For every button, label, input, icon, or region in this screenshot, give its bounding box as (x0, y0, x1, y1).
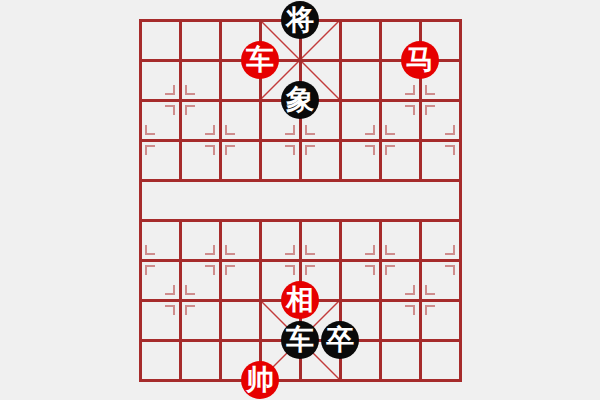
file-line (179, 219, 182, 382)
point-marker (225, 265, 235, 275)
point-marker (365, 265, 375, 275)
black-soldier[interactable]: 卒 (321, 321, 359, 359)
file-line (219, 19, 222, 182)
point-marker (205, 125, 215, 135)
point-marker (285, 265, 295, 275)
red-elephant[interactable]: 相 (281, 281, 319, 319)
point-marker (305, 145, 315, 155)
file-line (379, 19, 382, 182)
point-marker (425, 285, 435, 295)
point-marker (145, 265, 155, 275)
point-marker (405, 285, 415, 295)
point-marker (165, 285, 175, 295)
point-marker (425, 105, 435, 115)
point-marker (205, 265, 215, 275)
point-marker (305, 265, 315, 275)
point-marker (185, 105, 195, 115)
point-marker (185, 305, 195, 315)
point-marker (225, 245, 235, 255)
point-marker (405, 305, 415, 315)
point-marker (145, 125, 155, 135)
file-line (379, 219, 382, 382)
file-line (219, 219, 222, 382)
xiangqi-diagram: 将车马象相车卒帅 (0, 0, 600, 400)
point-marker (385, 265, 395, 275)
file-line (139, 19, 142, 382)
red-chariot[interactable]: 车 (241, 41, 279, 79)
point-marker (285, 145, 295, 155)
black-elephant[interactable]: 象 (281, 81, 319, 119)
point-marker (185, 285, 195, 295)
point-marker (385, 245, 395, 255)
point-marker (165, 105, 175, 115)
red-horse[interactable]: 马 (401, 41, 439, 79)
point-marker (365, 125, 375, 135)
black-chariot[interactable]: 车 (281, 321, 319, 359)
point-marker (445, 245, 455, 255)
point-marker (445, 265, 455, 275)
file-line (339, 19, 342, 182)
point-marker (445, 145, 455, 155)
file-line (179, 19, 182, 182)
point-marker (165, 85, 175, 95)
point-marker (305, 245, 315, 255)
file-line (459, 19, 462, 382)
point-marker (425, 85, 435, 95)
point-marker (145, 245, 155, 255)
point-marker (225, 125, 235, 135)
point-marker (305, 125, 315, 135)
file-line (419, 219, 422, 382)
point-marker (205, 245, 215, 255)
point-marker (145, 145, 155, 155)
point-marker (185, 85, 195, 95)
xiangqi-board: 将车马象相车卒帅 (140, 20, 460, 380)
point-marker (445, 125, 455, 135)
point-marker (405, 105, 415, 115)
point-marker (385, 145, 395, 155)
red-general[interactable]: 帅 (241, 361, 279, 399)
file-line (259, 219, 262, 382)
point-marker (205, 145, 215, 155)
point-marker (285, 125, 295, 135)
point-marker (425, 305, 435, 315)
point-marker (365, 145, 375, 155)
point-marker (225, 145, 235, 155)
point-marker (165, 305, 175, 315)
point-marker (405, 85, 415, 95)
black-general[interactable]: 将 (281, 1, 319, 39)
point-marker (365, 245, 375, 255)
point-marker (385, 125, 395, 135)
point-marker (285, 245, 295, 255)
